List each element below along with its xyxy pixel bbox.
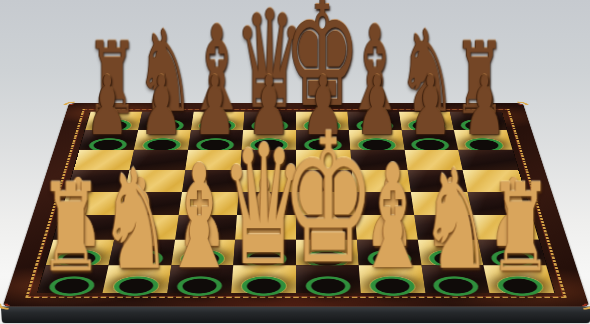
felt-base xyxy=(249,138,288,152)
square-h3 xyxy=(473,215,539,239)
felt-base xyxy=(463,138,505,152)
square-e6 xyxy=(296,150,352,171)
felt-base xyxy=(240,276,287,296)
piece-black-pawn-b7: ♟ xyxy=(140,65,183,147)
square-c5 xyxy=(182,170,241,192)
square-f8: ♝ xyxy=(347,112,401,130)
felt-base xyxy=(410,138,451,152)
square-b2: ♟ xyxy=(108,239,174,265)
felt-base xyxy=(305,276,352,296)
square-e2: ♟ xyxy=(296,239,359,265)
piece-black-rook-a8: ♜ xyxy=(86,28,138,127)
square-b4 xyxy=(119,192,181,215)
piece-black-pawn-a7: ♟ xyxy=(86,65,129,147)
square-e8: ♚ xyxy=(296,112,349,130)
square-c4 xyxy=(178,192,239,215)
board-squares: ♜♞♝♛♚♝♞♜♟♟♟♟♟♟♟♟♟♟♟♟♟♟♟♟♜♞♝♛♚♝♞♜ xyxy=(37,112,556,294)
square-e4 xyxy=(296,192,355,215)
felt-base xyxy=(111,276,161,296)
square-f3 xyxy=(355,215,417,239)
piece-black-bishop-c8: ♝ xyxy=(187,10,248,127)
square-h8: ♜ xyxy=(450,112,507,130)
piece-black-pawn-e7: ♟ xyxy=(302,65,345,147)
square-d1: ♛ xyxy=(231,265,296,293)
square-a4 xyxy=(60,192,124,215)
square-f5 xyxy=(352,170,411,192)
square-d7: ♟ xyxy=(242,130,296,149)
square-g1: ♞ xyxy=(421,265,490,293)
square-a6 xyxy=(74,150,134,171)
square-d3 xyxy=(235,215,296,239)
square-e7: ♟ xyxy=(296,130,350,149)
piece-black-pawn-c7: ♟ xyxy=(194,65,237,147)
felt-base xyxy=(141,138,182,152)
piece-black-knight-g8: ♞ xyxy=(398,15,457,128)
square-e3 xyxy=(296,215,357,239)
square-a3 xyxy=(53,215,119,239)
felt-base xyxy=(304,138,343,152)
square-e5 xyxy=(296,170,353,192)
piece-black-pawn-d7: ♟ xyxy=(248,65,291,147)
square-g2: ♟ xyxy=(417,239,483,265)
square-b6 xyxy=(129,150,188,171)
square-h4 xyxy=(468,192,532,215)
square-c7: ♟ xyxy=(188,130,244,149)
square-h7: ♟ xyxy=(454,130,512,149)
square-d4 xyxy=(237,192,296,215)
square-g7: ♟ xyxy=(401,130,458,149)
square-f6 xyxy=(350,150,407,171)
square-c6 xyxy=(185,150,242,171)
square-g8: ♞ xyxy=(399,112,454,130)
square-f1: ♝ xyxy=(359,265,426,293)
piece-black-pawn-g7: ♟ xyxy=(409,65,452,147)
square-g4 xyxy=(410,192,472,215)
square-d6 xyxy=(240,150,296,171)
piece-black-king-e8: ♚ xyxy=(284,0,360,128)
square-c1: ♝ xyxy=(167,265,234,293)
square-b7: ♟ xyxy=(134,130,191,149)
square-g3 xyxy=(414,215,478,239)
square-b5 xyxy=(124,170,184,192)
board-side-edge xyxy=(1,307,590,324)
corner-motif-top-left xyxy=(58,100,89,111)
square-a5 xyxy=(67,170,129,192)
square-d5 xyxy=(239,170,296,192)
felt-base xyxy=(46,276,97,296)
square-b1: ♞ xyxy=(102,265,171,293)
square-g5 xyxy=(407,170,467,192)
piece-black-knight-b8: ♞ xyxy=(135,15,194,128)
square-d8: ♛ xyxy=(243,112,296,130)
square-c2: ♟ xyxy=(171,239,235,265)
felt-base xyxy=(495,276,546,296)
felt-base xyxy=(357,138,397,152)
square-a1: ♜ xyxy=(38,265,109,293)
felt-base xyxy=(432,276,482,296)
square-f4 xyxy=(353,192,414,215)
piece-black-queen-d8: ♛ xyxy=(235,0,305,128)
corner-motif-top-right xyxy=(503,100,534,111)
piece-black-bishop-f8: ♝ xyxy=(344,10,405,127)
square-f2: ♟ xyxy=(357,239,421,265)
felt-base xyxy=(368,276,416,296)
square-h1: ♜ xyxy=(484,265,555,293)
felt-base xyxy=(195,138,235,152)
felt-base xyxy=(87,138,129,152)
chess-board: ♜♞♝♛♚♝♞♜♟♟♟♟♟♟♟♟♟♟♟♟♟♟♟♟♜♞♝♛♚♝♞♜ xyxy=(3,103,590,306)
square-b3 xyxy=(114,215,178,239)
square-d2: ♟ xyxy=(233,239,296,265)
felt-base xyxy=(176,276,224,296)
square-c3 xyxy=(175,215,237,239)
square-a8: ♜ xyxy=(85,112,142,130)
square-a7: ♟ xyxy=(80,130,138,149)
photo-backdrop: ♜♞♝♛♚♝♞♜♟♟♟♟♟♟♟♟♟♟♟♟♟♟♟♟♜♞♝♛♚♝♞♜ xyxy=(0,0,590,324)
square-h2: ♟ xyxy=(478,239,546,265)
square-b8: ♞ xyxy=(138,112,193,130)
square-h5 xyxy=(463,170,525,192)
square-g6 xyxy=(404,150,463,171)
square-a2: ♟ xyxy=(46,239,114,265)
piece-black-pawn-h7: ♟ xyxy=(463,65,506,147)
piece-black-rook-h8: ♜ xyxy=(454,28,506,127)
square-e1: ♚ xyxy=(296,265,361,293)
square-h6 xyxy=(458,150,518,171)
square-f7: ♟ xyxy=(349,130,405,149)
square-c8: ♝ xyxy=(191,112,245,130)
piece-black-pawn-f7: ♟ xyxy=(356,65,399,147)
